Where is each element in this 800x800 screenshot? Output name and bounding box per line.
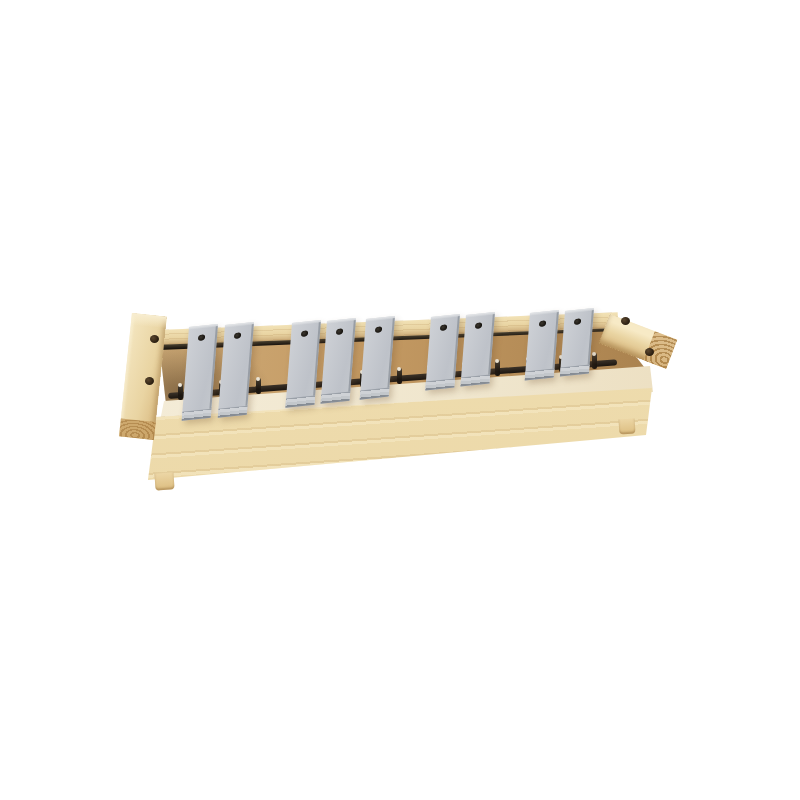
bar-fixing-pin-icon: [198, 334, 205, 341]
screw-2: [145, 377, 154, 385]
rail-pin-7: [397, 368, 402, 384]
bar-top-bevel: [225, 322, 254, 328]
right-foot: [618, 418, 635, 434]
screw-1: [150, 335, 159, 343]
bar-top-bevel: [565, 308, 594, 314]
metal-bar-8-group-4: [525, 310, 559, 381]
rail-pin-10: [495, 360, 500, 376]
rail-pin-13: [592, 353, 597, 369]
bar-fixing-pin-icon: [336, 328, 343, 335]
left-foot: [154, 472, 174, 490]
bar-fixing-pin-icon: [375, 326, 382, 333]
bar-top-bevel: [366, 316, 395, 322]
bar-fixing-pin-icon: [440, 324, 447, 331]
metal-bar-7-group-3: [460, 312, 495, 387]
bar-fixing-pin-icon: [234, 332, 241, 339]
bar-fixing-pin-icon: [475, 322, 482, 329]
bar-top-bevel: [327, 318, 356, 324]
metal-bar-9-group-4: [560, 308, 594, 377]
left-end-block-end-grain: [119, 418, 156, 440]
screw-3: [621, 317, 630, 325]
screw-4: [645, 348, 654, 356]
bar-top-bevel: [189, 324, 218, 330]
bar-top-bevel: [292, 320, 321, 326]
rail-pin-1: [178, 384, 183, 400]
product-photo-scene: [0, 0, 800, 800]
bar-top-bevel: [530, 310, 559, 316]
rail-pin-3: [256, 378, 261, 394]
bar-fixing-pin-icon: [539, 320, 546, 327]
metal-bar-6-group-3: [425, 314, 460, 391]
bar-top-bevel: [431, 314, 460, 320]
box-front-top-edge: [0, 0, 800, 800]
bar-top-bevel: [466, 312, 495, 318]
left-end-block-top-face: [131, 313, 167, 329]
bar-fixing-pin-icon: [574, 318, 581, 325]
bar-fixing-pin-icon: [301, 330, 308, 337]
